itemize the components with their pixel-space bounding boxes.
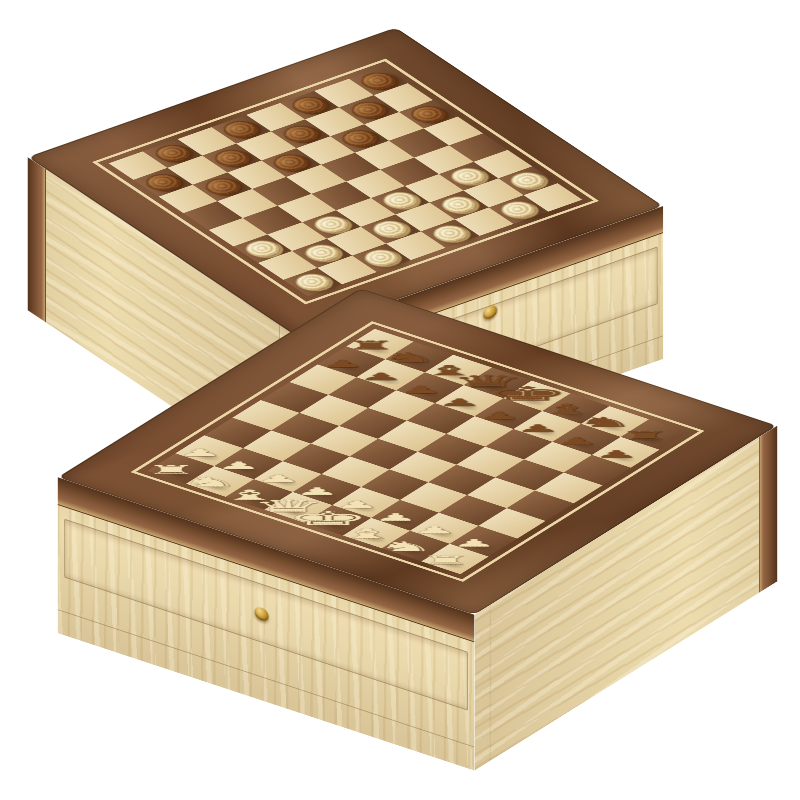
walnut-lid-edge [759, 426, 777, 593]
white-rook: ♜ [145, 464, 197, 476]
checkers-square-b5 [218, 189, 277, 218]
piece-stand: ♚ [304, 518, 352, 528]
chess-square-e2: ♟ [332, 487, 400, 518]
checkers-square-d4 [311, 182, 370, 211]
chess-square-e4 [389, 452, 457, 483]
chess-square-e3 [361, 469, 429, 500]
chess-square-g3 [439, 495, 507, 526]
piece-stand: ♟ [332, 500, 380, 510]
checkers-square-b1 [317, 256, 376, 285]
white-pawn: ♟ [412, 526, 457, 536]
checkers-square-e3 [370, 186, 429, 215]
checkers-square-g2 [464, 179, 523, 208]
piece-stand: ♟ [371, 513, 419, 523]
piece-shadow [380, 511, 420, 528]
checkers-square-g1 [489, 195, 548, 224]
chess-square-g1: ♞ [382, 531, 450, 562]
chess-square-g5 [496, 460, 564, 491]
piece-stand: ♟ [410, 526, 458, 536]
white-knight: ♞ [181, 476, 240, 489]
chess-square-h4 [506, 490, 574, 521]
chess-square-h1: ♜ [421, 544, 489, 575]
piece-shadow [262, 473, 302, 490]
chess-square-f3 [400, 482, 468, 513]
white-pawn: ♟ [334, 500, 379, 510]
piece-stand: ♟ [293, 487, 341, 497]
checkers-square-e1 [420, 219, 479, 248]
piece-stand: ♝ [225, 492, 273, 502]
checkers-square-c1 [352, 243, 411, 272]
piece-stand: ♟ [215, 461, 263, 471]
white-rook: ♜ [419, 555, 471, 567]
light-checker [358, 246, 405, 269]
checkers-square-f2 [430, 191, 489, 220]
box-base-seam [490, 605, 491, 761]
checkers-box [28, 27, 664, 335]
light-checker [239, 237, 286, 260]
piece-stand: ♝ [343, 531, 391, 541]
piece-shadow [156, 464, 196, 481]
chess-square-f1: ♝ [343, 518, 411, 549]
checkers-square-a3 [233, 234, 292, 263]
checkers-square-a5 [183, 201, 242, 230]
piece-stand: ♜ [147, 466, 195, 476]
piece-stand: ♟ [450, 539, 498, 549]
chess-square-h2: ♟ [450, 526, 518, 557]
checkers-square-b3 [268, 222, 327, 251]
piece-shadow [234, 490, 274, 507]
piece-shadow [184, 447, 224, 464]
light-checker [308, 213, 355, 236]
chess-square-b1: ♞ [186, 466, 254, 497]
checkers-square-f1 [455, 207, 514, 236]
light-checker [495, 198, 542, 221]
piece-stand: ♜ [421, 557, 469, 567]
white-king: ♚ [286, 509, 370, 528]
checkers-square-b2 [292, 239, 351, 268]
light-checker [436, 193, 483, 216]
chess-square-c1: ♝ [225, 479, 293, 510]
piece-shadow [312, 516, 352, 533]
product-photo-canvas: ♜♞♝♛♚♝♞♜♟♟♟♟♟♟♟♟♟♟♟♟♟♟♟♟♜♞♝♛♚♝♞♜ [0, 0, 800, 800]
piece-stand: ♟ [254, 474, 302, 484]
chess-square-e1: ♚ [304, 505, 372, 536]
white-bishop: ♝ [337, 527, 398, 541]
chess-square-h6 [563, 455, 631, 486]
piece-shadow [351, 529, 391, 546]
chess-square-b2: ♟ [215, 448, 283, 479]
piece-shadow [458, 537, 498, 554]
chess-square-h5 [535, 472, 603, 503]
light-checker [298, 242, 345, 265]
white-pawn: ♟ [216, 461, 261, 471]
chess-square-g2: ♟ [410, 513, 478, 544]
chess-square-d2: ♟ [293, 474, 361, 505]
checkers-square-a6 [159, 184, 218, 213]
checkers-square-c2 [327, 227, 386, 256]
light-checker [289, 270, 336, 293]
checkers-square-h1 [523, 183, 582, 212]
piece-shadow [430, 555, 470, 572]
white-knight: ♞ [377, 540, 436, 553]
checkers-square-e2 [395, 203, 454, 232]
light-checker [367, 218, 414, 241]
chess-square-f2: ♟ [371, 500, 439, 531]
piece-stand: ♛ [265, 505, 313, 515]
chess-square-c2: ♟ [254, 461, 322, 492]
white-bishop: ♝ [219, 488, 280, 502]
checkers-square-d3 [336, 198, 395, 227]
piece-shadow [302, 485, 342, 502]
chess-square-f4 [428, 464, 496, 495]
piece-shadow [419, 524, 459, 541]
walnut-lid-edge [28, 157, 46, 322]
light-checker [376, 189, 423, 212]
checkers-square-b4 [243, 206, 302, 235]
white-queen: ♛ [251, 498, 326, 515]
chess-square-g4 [467, 477, 535, 508]
piece-shadow [341, 498, 381, 515]
piece-stand: ♞ [382, 544, 430, 554]
piece-stand: ♞ [186, 479, 234, 489]
light-checker [504, 169, 551, 192]
chess-square-d3 [321, 456, 389, 487]
piece-shadow [195, 477, 235, 494]
chess-square-a1: ♜ [147, 453, 215, 484]
white-pawn: ♟ [256, 474, 301, 484]
checkers-square-c4 [277, 194, 336, 223]
chess-square-d1: ♛ [265, 492, 333, 523]
white-pawn: ♟ [295, 487, 340, 497]
piece-shadow [273, 503, 313, 520]
white-pawn: ♟ [451, 538, 496, 548]
checkers-square-d1 [386, 231, 445, 260]
checkers-square-a2 [258, 251, 317, 280]
checkers-square-a1 [283, 268, 342, 297]
checkers-square-a4 [208, 218, 267, 247]
piece-shadow [600, 448, 640, 465]
checkers-square-c3 [302, 210, 361, 239]
checkers-square-d2 [361, 215, 420, 244]
chess-square-h3 [478, 508, 546, 539]
piece-shadow [391, 542, 431, 559]
piece-shadow [223, 460, 263, 477]
white-pawn: ♟ [373, 513, 418, 523]
light-checker [426, 222, 473, 245]
